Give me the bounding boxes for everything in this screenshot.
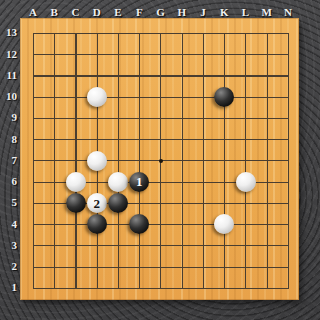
stone-white-D10[interactable] — [87, 87, 107, 107]
row-label-7: 7 — [0, 150, 17, 171]
stone-black-K10[interactable] — [214, 87, 234, 107]
row-label-4: 4 — [0, 214, 17, 235]
stone-black-E5[interactable] — [108, 193, 128, 213]
go-board[interactable]: 12 — [20, 18, 299, 300]
row-label-10: 10 — [0, 86, 17, 107]
row-label-2: 2 — [0, 256, 17, 277]
row-label-12: 12 — [0, 44, 17, 65]
stone-black-D4[interactable] — [87, 214, 107, 234]
hoshi-point-G7 — [159, 159, 163, 163]
row-labels: 13121110987654321 — [0, 22, 17, 298]
stone-white-K4[interactable] — [214, 214, 234, 234]
row-label-1: 1 — [0, 277, 17, 298]
move-number: 1 — [136, 175, 143, 188]
stone-black-F4[interactable] — [129, 214, 149, 234]
stone-white-C6[interactable] — [66, 172, 86, 192]
go-diagram: ABCDEFGHJKLMN 13121110987654321 12 — [0, 0, 320, 320]
stone-white-E6[interactable] — [108, 172, 128, 192]
move-number: 2 — [94, 197, 101, 210]
row-label-8: 8 — [0, 129, 17, 150]
row-label-13: 13 — [0, 22, 17, 43]
row-label-5: 5 — [0, 192, 17, 213]
stone-white-L6[interactable] — [236, 172, 256, 192]
row-label-11: 11 — [0, 65, 17, 86]
stone-white-D5[interactable]: 2 — [87, 193, 107, 213]
row-label-9: 9 — [0, 107, 17, 128]
row-label-3: 3 — [0, 235, 17, 256]
stone-layer: 12 — [22, 22, 298, 298]
stone-black-C5[interactable] — [66, 193, 86, 213]
stone-black-F6[interactable]: 1 — [129, 172, 149, 192]
stone-white-D7[interactable] — [87, 151, 107, 171]
row-label-6: 6 — [0, 171, 17, 192]
